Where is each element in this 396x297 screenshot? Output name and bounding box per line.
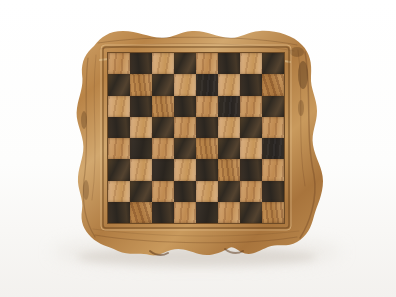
square-a6[interactable] bbox=[108, 96, 130, 117]
square-g7[interactable] bbox=[240, 74, 262, 95]
square-f7[interactable] bbox=[218, 74, 240, 95]
square-c1[interactable] bbox=[152, 202, 174, 223]
square-b1[interactable] bbox=[130, 202, 152, 223]
square-h1[interactable] bbox=[262, 202, 284, 223]
chessboard-product-photo bbox=[0, 0, 396, 297]
square-e6[interactable] bbox=[196, 96, 218, 117]
square-d7[interactable] bbox=[174, 74, 196, 95]
square-f4[interactable] bbox=[218, 138, 240, 159]
square-e7[interactable] bbox=[196, 74, 218, 95]
square-d3[interactable] bbox=[174, 159, 196, 180]
square-a7[interactable] bbox=[108, 74, 130, 95]
square-b5[interactable] bbox=[130, 117, 152, 138]
square-a5[interactable] bbox=[108, 117, 130, 138]
square-f6[interactable] bbox=[218, 96, 240, 117]
square-h7[interactable] bbox=[262, 74, 284, 95]
square-f8[interactable] bbox=[218, 53, 240, 74]
square-a3[interactable] bbox=[108, 159, 130, 180]
square-e1[interactable] bbox=[196, 202, 218, 223]
square-a8[interactable] bbox=[108, 53, 130, 74]
square-c2[interactable] bbox=[152, 181, 174, 202]
square-h8[interactable] bbox=[262, 53, 284, 74]
square-e4[interactable] bbox=[196, 138, 218, 159]
square-h5[interactable] bbox=[262, 117, 284, 138]
square-f5[interactable] bbox=[218, 117, 240, 138]
board-grid bbox=[107, 52, 285, 224]
square-c6[interactable] bbox=[152, 96, 174, 117]
square-b3[interactable] bbox=[130, 159, 152, 180]
square-d4[interactable] bbox=[174, 138, 196, 159]
square-e5[interactable] bbox=[196, 117, 218, 138]
square-g4[interactable] bbox=[240, 138, 262, 159]
square-g8[interactable] bbox=[240, 53, 262, 74]
square-c8[interactable] bbox=[152, 53, 174, 74]
square-g2[interactable] bbox=[240, 181, 262, 202]
square-c7[interactable] bbox=[152, 74, 174, 95]
square-b7[interactable] bbox=[130, 74, 152, 95]
square-h4[interactable] bbox=[262, 138, 284, 159]
square-c3[interactable] bbox=[152, 159, 174, 180]
square-h2[interactable] bbox=[262, 181, 284, 202]
square-e3[interactable] bbox=[196, 159, 218, 180]
square-f3[interactable] bbox=[218, 159, 240, 180]
square-d6[interactable] bbox=[174, 96, 196, 117]
square-e8[interactable] bbox=[196, 53, 218, 74]
square-b8[interactable] bbox=[130, 53, 152, 74]
square-h3[interactable] bbox=[262, 159, 284, 180]
square-g1[interactable] bbox=[240, 202, 262, 223]
square-d5[interactable] bbox=[174, 117, 196, 138]
square-g3[interactable] bbox=[240, 159, 262, 180]
square-d2[interactable] bbox=[174, 181, 196, 202]
square-c4[interactable] bbox=[152, 138, 174, 159]
square-a2[interactable] bbox=[108, 181, 130, 202]
square-a1[interactable] bbox=[108, 202, 130, 223]
square-f2[interactable] bbox=[218, 181, 240, 202]
square-b2[interactable] bbox=[130, 181, 152, 202]
square-h6[interactable] bbox=[262, 96, 284, 117]
square-g5[interactable] bbox=[240, 117, 262, 138]
square-g6[interactable] bbox=[240, 96, 262, 117]
square-b6[interactable] bbox=[130, 96, 152, 117]
square-c5[interactable] bbox=[152, 117, 174, 138]
square-f1[interactable] bbox=[218, 202, 240, 223]
square-a4[interactable] bbox=[108, 138, 130, 159]
square-b4[interactable] bbox=[130, 138, 152, 159]
square-e2[interactable] bbox=[196, 181, 218, 202]
square-d1[interactable] bbox=[174, 202, 196, 223]
square-d8[interactable] bbox=[174, 53, 196, 74]
